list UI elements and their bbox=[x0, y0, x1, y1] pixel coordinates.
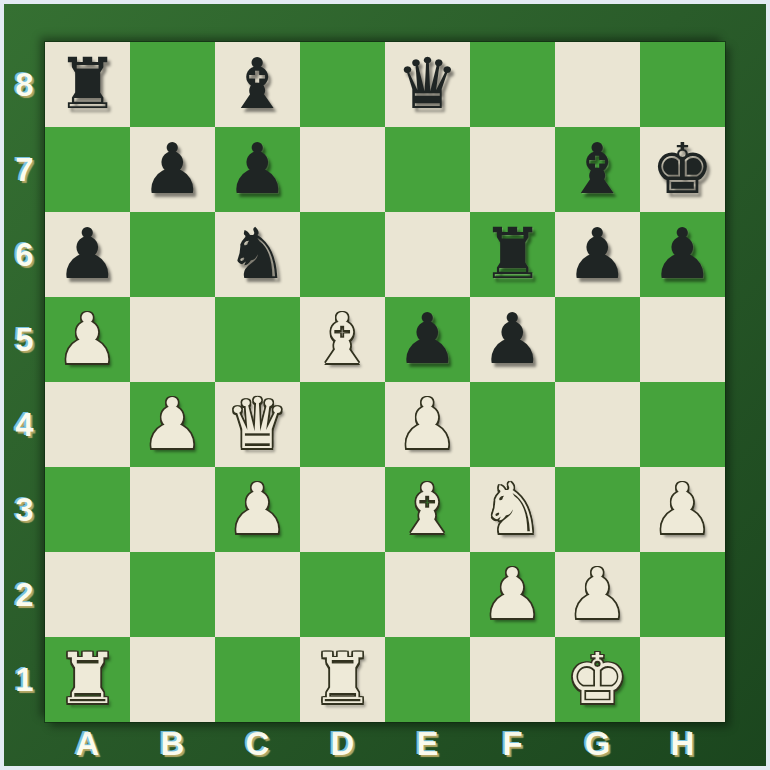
square-g6[interactable]: ♟ bbox=[555, 212, 640, 297]
square-b6[interactable] bbox=[130, 212, 215, 297]
square-h1[interactable] bbox=[640, 637, 725, 722]
board-frame: 87654321 ABCDEFGH ♜♝♛♟♟♝♚♟♞♜♟♟♟♝♟♟♟♛♟♟♝♞… bbox=[4, 4, 766, 766]
square-a1[interactable]: ♜ bbox=[45, 637, 130, 722]
rank-label-6: 6 bbox=[4, 212, 45, 297]
square-c4[interactable]: ♛ bbox=[215, 382, 300, 467]
rank-label-8: 8 bbox=[4, 42, 45, 127]
square-e1[interactable] bbox=[385, 637, 470, 722]
square-a7[interactable] bbox=[45, 127, 130, 212]
square-b4[interactable]: ♟ bbox=[130, 382, 215, 467]
white-queen-c4[interactable]: ♛ bbox=[226, 382, 289, 467]
white-pawn-b4[interactable]: ♟ bbox=[141, 382, 204, 467]
square-d6[interactable] bbox=[300, 212, 385, 297]
square-e3[interactable]: ♝ bbox=[385, 467, 470, 552]
square-a6[interactable]: ♟ bbox=[45, 212, 130, 297]
white-bishop-e3[interactable]: ♝ bbox=[396, 467, 459, 552]
square-f1[interactable] bbox=[470, 637, 555, 722]
rank-label-7: 7 bbox=[4, 127, 45, 212]
square-d8[interactable] bbox=[300, 42, 385, 127]
square-e5[interactable]: ♟ bbox=[385, 297, 470, 382]
square-c7[interactable]: ♟ bbox=[215, 127, 300, 212]
black-king-h7[interactable]: ♚ bbox=[651, 127, 714, 212]
square-h4[interactable] bbox=[640, 382, 725, 467]
square-h8[interactable] bbox=[640, 42, 725, 127]
square-e8[interactable]: ♛ bbox=[385, 42, 470, 127]
black-rook-a8[interactable]: ♜ bbox=[56, 42, 119, 127]
square-e2[interactable] bbox=[385, 552, 470, 637]
chess-board: ♜♝♛♟♟♝♚♟♞♜♟♟♟♝♟♟♟♛♟♟♝♞♟♟♟♜♜♚ bbox=[45, 42, 725, 722]
square-b7[interactable]: ♟ bbox=[130, 127, 215, 212]
square-g7[interactable]: ♝ bbox=[555, 127, 640, 212]
white-pawn-a5[interactable]: ♟ bbox=[56, 297, 119, 382]
square-c2[interactable] bbox=[215, 552, 300, 637]
black-rook-f6[interactable]: ♜ bbox=[481, 212, 544, 297]
rank-labels: 87654321 bbox=[4, 42, 45, 722]
square-g8[interactable] bbox=[555, 42, 640, 127]
black-knight-c6[interactable]: ♞ bbox=[226, 212, 289, 297]
square-g1[interactable]: ♚ bbox=[555, 637, 640, 722]
square-g3[interactable] bbox=[555, 467, 640, 552]
white-pawn-e4[interactable]: ♟ bbox=[396, 382, 459, 467]
square-g2[interactable]: ♟ bbox=[555, 552, 640, 637]
square-f8[interactable] bbox=[470, 42, 555, 127]
black-queen-e8[interactable]: ♛ bbox=[396, 42, 459, 127]
square-h5[interactable] bbox=[640, 297, 725, 382]
black-bishop-g7[interactable]: ♝ bbox=[566, 127, 629, 212]
black-pawn-c7[interactable]: ♟ bbox=[226, 127, 289, 212]
square-h2[interactable] bbox=[640, 552, 725, 637]
file-labels: ABCDEFGH bbox=[45, 722, 725, 766]
square-h6[interactable]: ♟ bbox=[640, 212, 725, 297]
square-d7[interactable] bbox=[300, 127, 385, 212]
square-c5[interactable] bbox=[215, 297, 300, 382]
black-pawn-e5[interactable]: ♟ bbox=[396, 297, 459, 382]
rank-label-4: 4 bbox=[4, 382, 45, 467]
chess-diagram-page: { "game": "chess", "position": { "fen": … bbox=[0, 0, 770, 770]
black-pawn-b7[interactable]: ♟ bbox=[141, 127, 204, 212]
white-pawn-g2[interactable]: ♟ bbox=[566, 552, 629, 637]
square-c1[interactable] bbox=[215, 637, 300, 722]
black-pawn-h6[interactable]: ♟ bbox=[651, 212, 714, 297]
square-f2[interactable]: ♟ bbox=[470, 552, 555, 637]
square-f3[interactable]: ♞ bbox=[470, 467, 555, 552]
square-b2[interactable] bbox=[130, 552, 215, 637]
square-h3[interactable]: ♟ bbox=[640, 467, 725, 552]
file-label-g: G bbox=[555, 722, 640, 766]
black-bishop-c8[interactable]: ♝ bbox=[226, 42, 289, 127]
square-c8[interactable]: ♝ bbox=[215, 42, 300, 127]
file-label-f: F bbox=[470, 722, 555, 766]
white-rook-d1[interactable]: ♜ bbox=[311, 637, 374, 722]
black-pawn-g6[interactable]: ♟ bbox=[566, 212, 629, 297]
square-h7[interactable]: ♚ bbox=[640, 127, 725, 212]
black-pawn-f5[interactable]: ♟ bbox=[481, 297, 544, 382]
rank-label-2: 2 bbox=[4, 552, 45, 637]
square-f5[interactable]: ♟ bbox=[470, 297, 555, 382]
file-label-h: H bbox=[640, 722, 725, 766]
file-label-d: D bbox=[300, 722, 385, 766]
file-label-a: A bbox=[45, 722, 130, 766]
file-label-e: E bbox=[385, 722, 470, 766]
square-d5[interactable]: ♝ bbox=[300, 297, 385, 382]
square-e7[interactable] bbox=[385, 127, 470, 212]
square-g5[interactable] bbox=[555, 297, 640, 382]
white-rook-a1[interactable]: ♜ bbox=[56, 637, 119, 722]
rank-label-3: 3 bbox=[4, 467, 45, 552]
square-b5[interactable] bbox=[130, 297, 215, 382]
square-a2[interactable] bbox=[45, 552, 130, 637]
square-f7[interactable] bbox=[470, 127, 555, 212]
square-a8[interactable]: ♜ bbox=[45, 42, 130, 127]
square-g4[interactable] bbox=[555, 382, 640, 467]
square-a4[interactable] bbox=[45, 382, 130, 467]
square-f4[interactable] bbox=[470, 382, 555, 467]
rank-label-1: 1 bbox=[4, 637, 45, 722]
square-b3[interactable] bbox=[130, 467, 215, 552]
rank-label-5: 5 bbox=[4, 297, 45, 382]
square-d4[interactable] bbox=[300, 382, 385, 467]
file-label-c: C bbox=[215, 722, 300, 766]
square-d2[interactable] bbox=[300, 552, 385, 637]
square-d1[interactable]: ♜ bbox=[300, 637, 385, 722]
square-a3[interactable] bbox=[45, 467, 130, 552]
square-e4[interactable]: ♟ bbox=[385, 382, 470, 467]
white-king-g1[interactable]: ♚ bbox=[566, 637, 629, 722]
square-b8[interactable] bbox=[130, 42, 215, 127]
square-d3[interactable] bbox=[300, 467, 385, 552]
square-c3[interactable]: ♟ bbox=[215, 467, 300, 552]
square-b1[interactable] bbox=[130, 637, 215, 722]
square-f6[interactable]: ♜ bbox=[470, 212, 555, 297]
white-pawn-h3[interactable]: ♟ bbox=[651, 467, 714, 552]
square-a5[interactable]: ♟ bbox=[45, 297, 130, 382]
white-bishop-d5[interactable]: ♝ bbox=[311, 297, 374, 382]
white-knight-f3[interactable]: ♞ bbox=[481, 467, 544, 552]
white-pawn-c3[interactable]: ♟ bbox=[226, 467, 289, 552]
square-e6[interactable] bbox=[385, 212, 470, 297]
square-c6[interactable]: ♞ bbox=[215, 212, 300, 297]
black-pawn-a6[interactable]: ♟ bbox=[56, 212, 119, 297]
white-pawn-f2[interactable]: ♟ bbox=[481, 552, 544, 637]
file-label-b: B bbox=[130, 722, 215, 766]
